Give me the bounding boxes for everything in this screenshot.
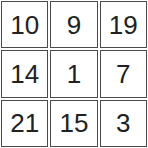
cell-r2c1[interactable]: 15: [50, 100, 97, 147]
cell-r0c2[interactable]: 19: [100, 1, 147, 48]
number-grid-board: 10 9 19 14 1 7 21 15 3: [0, 0, 148, 148]
cell-r1c1[interactable]: 1: [50, 50, 97, 97]
cell-r0c0[interactable]: 10: [1, 1, 48, 48]
cell-r0c1[interactable]: 9: [50, 1, 97, 48]
cell-r1c0[interactable]: 14: [1, 50, 48, 97]
cell-r1c2[interactable]: 7: [100, 50, 147, 97]
cell-r2c0[interactable]: 21: [1, 100, 48, 147]
cell-r2c2[interactable]: 3: [100, 100, 147, 147]
